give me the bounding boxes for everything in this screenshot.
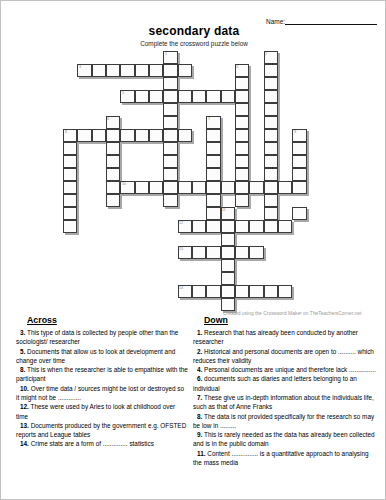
grid-cell[interactable] — [235, 142, 249, 155]
grid-cell[interactable] — [264, 77, 278, 90]
grid-cell[interactable] — [63, 194, 77, 207]
grid-cell[interactable] — [178, 64, 192, 77]
across-clues-section: Across 3. This type of data is collected… — [16, 315, 188, 449]
clue-number: 12 — [179, 221, 183, 225]
grid-cell[interactable] — [192, 246, 206, 259]
grid-cell[interactable] — [135, 181, 149, 194]
clue-down-4: 4. Personal documents are unique and the… — [193, 365, 379, 374]
clue-number-label: 6. — [197, 375, 202, 382]
crossword-grid: 1234567891011121314 — [63, 51, 307, 311]
grid-cell[interactable] — [163, 103, 177, 116]
grid-cell[interactable] — [235, 246, 249, 259]
grid-cell[interactable] — [192, 181, 206, 194]
grid-cell[interactable] — [221, 272, 235, 285]
grid-cell[interactable]: 8 — [63, 129, 77, 142]
grid-cell[interactable]: 11 — [221, 207, 235, 220]
grid-cell[interactable] — [264, 64, 278, 77]
grid-cell[interactable] — [206, 246, 220, 259]
clue-number: 11 — [222, 208, 226, 212]
grid-cell[interactable] — [163, 129, 177, 142]
grid-cell[interactable] — [163, 194, 177, 207]
worksheet-page: Name: secondary data Complete the crossw… — [0, 0, 386, 500]
clue-down-11: 11. Content ............... is a quantit… — [193, 449, 379, 468]
grid-cell[interactable] — [292, 207, 306, 220]
across-heading: Across — [27, 315, 188, 325]
grid-cell[interactable] — [135, 129, 149, 142]
clue-number: 5 — [122, 91, 124, 95]
grid-cell[interactable] — [264, 285, 278, 298]
grid-cell[interactable] — [221, 90, 235, 103]
grid-cell[interactable] — [206, 207, 220, 220]
clue-number: 1 — [165, 52, 167, 56]
clue-number-label: 3. — [20, 329, 25, 336]
grid-cell[interactable] — [292, 155, 306, 168]
grid-cell[interactable] — [106, 64, 120, 77]
grid-cell[interactable] — [278, 181, 292, 194]
clue-down-9: 9. This is rarely needed as the data has… — [193, 430, 379, 449]
grid-cell[interactable] — [292, 181, 306, 194]
grid-cell[interactable] — [106, 194, 120, 207]
grid-cell[interactable] — [221, 285, 235, 298]
grid-cell[interactable] — [249, 285, 263, 298]
grid-cell[interactable] — [63, 181, 77, 194]
clue-number: 8 — [65, 130, 67, 134]
grid-cell[interactable] — [149, 129, 163, 142]
clue-down-2: 2. Historical and personal documents are… — [193, 347, 379, 366]
grid-cell[interactable] — [235, 77, 249, 90]
grid-cell[interactable] — [235, 181, 249, 194]
clue-number: 6 — [107, 117, 109, 121]
grid-cell[interactable] — [206, 181, 220, 194]
grid-cell[interactable] — [264, 207, 278, 220]
grid-cell[interactable] — [264, 194, 278, 207]
clue-number: 13 — [179, 247, 183, 251]
grid-cell[interactable] — [249, 181, 263, 194]
grid-cell[interactable] — [63, 142, 77, 155]
clue-number-label: 12. — [20, 403, 29, 410]
grid-cell[interactable] — [206, 90, 220, 103]
grid-cell[interactable] — [149, 64, 163, 77]
grid-cell[interactable] — [249, 220, 263, 233]
page-title: secondary data — [1, 24, 386, 38]
grid-cell[interactable] — [63, 207, 77, 220]
grid-cell[interactable] — [163, 90, 177, 103]
clue-number-label: 2. — [197, 348, 202, 355]
clue-number-label: 5. — [20, 348, 25, 355]
grid-cell[interactable] — [292, 168, 306, 181]
grid-cell[interactable] — [163, 155, 177, 168]
clue-number-label: 8. — [20, 366, 25, 373]
grid-cell[interactable] — [106, 129, 120, 142]
grid-cell[interactable] — [264, 129, 278, 142]
grid-cell[interactable] — [163, 181, 177, 194]
grid-cell[interactable] — [221, 233, 235, 246]
clue-number-label: 10. — [20, 385, 29, 392]
grid-cell[interactable] — [264, 142, 278, 155]
clue-number: 2 — [265, 52, 267, 56]
grid-cell[interactable] — [235, 103, 249, 116]
grid-cell[interactable]: 12 — [178, 220, 192, 233]
grid-cell[interactable] — [235, 155, 249, 168]
grid-cell[interactable] — [249, 246, 263, 259]
grid-cell[interactable] — [221, 220, 235, 233]
grid-cell[interactable] — [235, 129, 249, 142]
clue-across-12: 12. These were used by Aries to look at … — [16, 402, 188, 421]
clue-across-8: 8. This is when the researcher is able t… — [16, 365, 188, 384]
grid-cell[interactable] — [235, 194, 249, 207]
clue-across-5: 5. Documents that allow us to look at de… — [16, 347, 188, 366]
grid-cell[interactable]: 3 — [77, 64, 91, 77]
clue-number-label: 4. — [197, 366, 202, 373]
clue-across-14: 14. Crime stats are a form of ..........… — [16, 439, 188, 448]
grid-cell[interactable] — [106, 168, 120, 181]
grid-cell[interactable]: 1 — [163, 51, 177, 64]
grid-cell[interactable] — [235, 90, 249, 103]
grid-cell[interactable] — [206, 142, 220, 155]
grid-cell[interactable] — [206, 168, 220, 181]
grid-cell[interactable] — [106, 155, 120, 168]
grid-cell[interactable] — [63, 168, 77, 181]
grid-cell[interactable] — [264, 155, 278, 168]
clue-number: 10 — [122, 182, 126, 186]
grid-cell[interactable] — [264, 220, 278, 233]
grid-cell[interactable] — [92, 64, 106, 77]
clue-number-label: 11. — [197, 450, 206, 457]
grid-cell[interactable]: 9 — [292, 129, 306, 142]
clue-number-label: 14. — [20, 440, 29, 447]
across-clue-list: 3. This type of data is collected by peo… — [16, 328, 188, 449]
clue-number-label: 7. — [197, 394, 202, 401]
grid-cell[interactable] — [206, 285, 220, 298]
grid-cell[interactable] — [63, 155, 77, 168]
grid-cell[interactable]: 14 — [178, 285, 192, 298]
grid-cell[interactable] — [120, 129, 134, 142]
grid-cell[interactable] — [135, 64, 149, 77]
clue-number: 14 — [179, 286, 183, 290]
grid-cell[interactable]: 7 — [206, 116, 220, 129]
clue-number-label: 8. — [197, 413, 202, 420]
grid-cell[interactable] — [235, 285, 249, 298]
grid-cell[interactable] — [178, 90, 192, 103]
grid-cell[interactable] — [235, 168, 249, 181]
clue-across-10: 10. Over time data / sources might be lo… — [16, 384, 188, 403]
grid-cell[interactable] — [221, 298, 235, 311]
grid-cell[interactable] — [292, 142, 306, 155]
grid-cell[interactable] — [206, 220, 220, 233]
down-heading: Down — [204, 315, 379, 325]
grid-cell[interactable] — [149, 181, 163, 194]
grid-cell[interactable] — [206, 194, 220, 207]
clue-across-13: 13. Documents produced by the government… — [16, 421, 188, 440]
down-clues-section: Down 1. Research that has already been c… — [193, 315, 379, 467]
grid-cell[interactable] — [178, 181, 192, 194]
grid-cell[interactable] — [264, 90, 278, 103]
grid-cell[interactable]: 13 — [178, 246, 192, 259]
down-clue-list: 1. Research that has already been conduc… — [193, 328, 379, 467]
clue-down-8: 8. The data is not provided specifically… — [193, 412, 379, 431]
grid-cell[interactable] — [192, 220, 206, 233]
clue-number: 3 — [79, 65, 81, 69]
grid-cell[interactable] — [106, 181, 120, 194]
clue-number: 9 — [294, 130, 296, 134]
grid-cell[interactable] — [163, 116, 177, 129]
clue-number-label: 13. — [20, 422, 29, 429]
grid-cell[interactable]: 4 — [235, 64, 249, 77]
grid-cell[interactable] — [63, 220, 77, 233]
clue-down-7: 7. These give us in-depth information ab… — [193, 393, 379, 412]
grid-cell[interactable] — [264, 181, 278, 194]
page-subtitle: Complete the crossword puzzle below — [1, 40, 386, 47]
grid-cell[interactable] — [149, 90, 163, 103]
clue-down-6: 6. documents such as diaries and letters… — [193, 374, 379, 393]
grid-cell[interactable]: 6 — [106, 116, 120, 129]
grid-cell[interactable] — [264, 116, 278, 129]
grid-cell[interactable] — [135, 90, 149, 103]
clue-number: 7 — [208, 117, 210, 121]
clue-number-label: 1. — [197, 329, 202, 336]
grid-cell[interactable] — [278, 285, 292, 298]
clue-number-label: 9. — [197, 431, 202, 438]
clue-number: 4 — [236, 65, 238, 69]
grid-cell[interactable] — [235, 116, 249, 129]
grid-cell[interactable] — [92, 129, 106, 142]
grid-cell[interactable] — [206, 155, 220, 168]
grid-cell[interactable]: 2 — [264, 51, 278, 64]
grid-cell[interactable]: 10 — [120, 181, 134, 194]
grid-cell[interactable] — [221, 181, 235, 194]
grid-cell[interactable] — [163, 142, 177, 155]
grid-cell[interactable] — [221, 259, 235, 272]
grid-cell[interactable] — [163, 77, 177, 90]
grid-cell[interactable] — [264, 168, 278, 181]
clue-down-1: 1. Research that has already been conduc… — [193, 328, 379, 347]
grid-cell[interactable] — [221, 246, 235, 259]
grid-cell[interactable]: 5 — [120, 90, 134, 103]
grid-cell[interactable] — [278, 220, 292, 233]
grid-cell[interactable] — [192, 90, 206, 103]
grid-cell[interactable] — [163, 64, 177, 77]
grid-cell[interactable] — [106, 142, 120, 155]
grid-cell[interactable] — [163, 168, 177, 181]
grid-cell[interactable] — [206, 129, 220, 142]
grid-cell[interactable] — [178, 129, 192, 142]
clue-across-3: 3. This type of data is collected by peo… — [16, 328, 188, 347]
grid-cell[interactable] — [120, 64, 134, 77]
grid-cell[interactable] — [192, 285, 206, 298]
grid-cell[interactable] — [235, 220, 249, 233]
grid-cell[interactable] — [77, 129, 91, 142]
grid-cell[interactable] — [264, 103, 278, 116]
